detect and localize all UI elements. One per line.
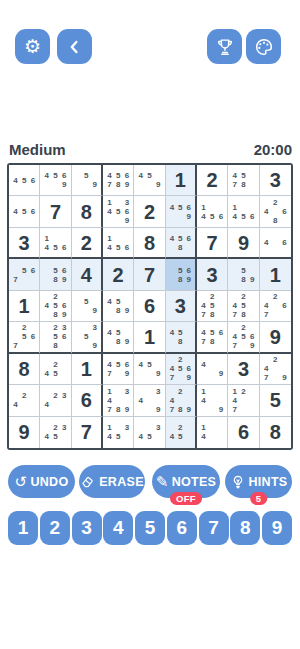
cell-r6c8[interactable]: 245679 [228, 322, 259, 353]
cell-r5c3[interactable]: 59 [72, 291, 103, 322]
lightbulb-icon [230, 474, 246, 490]
cell-notes: 245689 [40, 292, 70, 319]
cell-r4c8[interactable]: 589 [228, 259, 259, 290]
cell-r7c3[interactable]: 1 [72, 354, 103, 385]
cell-r9c6[interactable]: 245 [166, 417, 197, 448]
cell-value: 6 [81, 390, 92, 410]
sudoku-app-screen: ⚙ Medium 20:00 4564569594567 [0, 0, 300, 649]
cell-value: 6 [238, 422, 249, 442]
cell-r7c8[interactable]: 3 [228, 354, 259, 385]
numpad-5-button[interactable]: 5 [135, 511, 165, 545]
cell-notes: 149 [197, 387, 227, 414]
numpad-4-button[interactable]: 4 [103, 511, 133, 545]
cell-r8c1[interactable]: 24 [9, 385, 40, 416]
cell-notes: 459 [134, 171, 164, 189]
cell-r8c3[interactable]: 6 [72, 385, 103, 416]
undo-label: UNDO [30, 475, 68, 489]
cell-r8c4[interactable]: 134789 [103, 385, 134, 416]
cell-notes: 4569 [40, 171, 70, 189]
cell-value: 8 [270, 422, 281, 442]
number-pad: 123456789 [8, 511, 292, 545]
cell-value: 2 [207, 170, 218, 190]
cell-r5c1[interactable]: 1 [9, 291, 40, 322]
back-button[interactable] [57, 29, 92, 64]
cell-value: 3 [270, 170, 281, 190]
cell-notes: 5689 [166, 266, 195, 284]
cell-value: 2 [81, 233, 92, 253]
cell-r7c4[interactable]: 45679 [103, 354, 134, 385]
cell-notes: 359 [72, 323, 101, 350]
cell-value: 1 [81, 359, 92, 379]
cell-r3c4[interactable]: 1456 [103, 228, 134, 259]
trophy-icon [214, 36, 236, 58]
cell-notes: 23568 [40, 323, 70, 350]
cell-notes: 245 [40, 360, 70, 378]
cell-notes: 2467 [260, 292, 291, 319]
cell-r2c7[interactable]: 1456 [197, 196, 228, 227]
cell-r8c9[interactable]: 5 [260, 385, 291, 416]
cell-r8c8[interactable]: 1247 [228, 385, 259, 416]
cell-value: 3 [175, 296, 186, 316]
numpad-6-button[interactable]: 6 [167, 511, 197, 545]
cell-r3c6[interactable]: 4568 [166, 228, 197, 259]
numpad-3-button[interactable]: 3 [72, 511, 102, 545]
cell-value: 4 [81, 265, 92, 285]
settings-button[interactable]: ⚙ [15, 29, 50, 64]
cell-notes: 245679 [228, 323, 258, 350]
cell-value: 1 [175, 170, 186, 190]
cell-r7c7[interactable]: 49 [197, 354, 228, 385]
cell-notes: 2345 [40, 423, 70, 441]
cell-value: 2 [144, 202, 155, 222]
cell-notes: 4569 [166, 203, 195, 221]
timer: 20:00 [254, 141, 292, 158]
cell-r7c9[interactable]: 2479 [260, 354, 291, 385]
cell-r5c7[interactable]: 24578 [197, 291, 228, 322]
cell-r4c7[interactable]: 3 [197, 259, 228, 290]
cell-notes: 456 [9, 176, 39, 185]
cell-notes: 245679 [166, 355, 195, 382]
cell-r2c8[interactable]: 1456 [228, 196, 259, 227]
cell-r2c1[interactable]: 456 [9, 196, 40, 227]
cell-notes: 589 [228, 266, 258, 284]
theme-button[interactable] [246, 29, 281, 64]
erase-button[interactable]: ERASE [79, 465, 145, 498]
cell-r9c1[interactable]: 9 [9, 417, 40, 448]
cell-notes: 458 [166, 328, 195, 346]
cell-r1c9[interactable]: 3 [260, 165, 291, 196]
cell-value: 3 [238, 359, 249, 379]
cell-r6c6[interactable]: 458 [166, 322, 197, 353]
numpad-9-button[interactable]: 9 [262, 511, 292, 545]
cell-value: 8 [81, 202, 92, 222]
cell-r1c8[interactable]: 4578 [228, 165, 259, 196]
cell-notes: 234 [40, 391, 70, 409]
cell-r8c6[interactable]: 24789 [166, 385, 197, 416]
cell-r9c4[interactable]: 1345 [103, 417, 134, 448]
cell-r8c5[interactable]: 349 [134, 385, 165, 416]
cell-value: 7 [144, 265, 155, 285]
numpad-8-button[interactable]: 8 [230, 511, 260, 545]
cell-r9c8[interactable]: 6 [228, 417, 259, 448]
cell-r1c7[interactable]: 2 [197, 165, 228, 196]
cell-notes: 1456 [197, 203, 227, 221]
cell-value: 9 [270, 327, 281, 347]
notes-button[interactable]: ✎ NOTES OFF [152, 465, 220, 498]
cell-value: 7 [207, 233, 218, 253]
cell-r1c2[interactable]: 4569 [40, 165, 71, 196]
cell-notes: 59 [72, 297, 101, 315]
cell-r2c5[interactable]: 2 [134, 196, 165, 227]
cell-notes: 345 [134, 423, 164, 441]
cell-notes: 5689 [40, 266, 70, 284]
cell-r6c3[interactable]: 359 [72, 322, 103, 353]
cell-r8c7[interactable]: 149 [197, 385, 228, 416]
cell-notes: 24 [9, 391, 39, 409]
cell-notes: 4578 [228, 171, 258, 189]
cell-r4c1[interactable]: 567 [9, 259, 40, 290]
cell-r9c5[interactable]: 345 [134, 417, 165, 448]
cell-value: 7 [81, 422, 92, 442]
cell-notes: 245 [166, 423, 195, 441]
cell-r4c6[interactable]: 5689 [166, 259, 197, 290]
cell-r6c2[interactable]: 23568 [40, 322, 71, 353]
cell-notes: 349 [134, 387, 164, 414]
numpad-2-button[interactable]: 2 [40, 511, 70, 545]
erase-label: ERASE [99, 475, 144, 489]
cell-notes: 4589 [103, 328, 133, 346]
cell-notes: 1456 [228, 203, 258, 221]
cell-notes: 2468 [260, 198, 291, 225]
cell-notes: 134789 [103, 387, 133, 414]
chevron-left-icon [64, 36, 86, 58]
cell-notes: 1456 [103, 234, 133, 252]
cell-r9c7[interactable]: 14 [197, 417, 228, 448]
achievements-button[interactable] [207, 29, 242, 64]
cell-r4c9[interactable]: 1 [260, 259, 291, 290]
numpad-7-button[interactable]: 7 [199, 511, 229, 545]
cell-notes: 456 [9, 207, 39, 216]
cell-r4c3[interactable]: 4 [72, 259, 103, 290]
hints-count-badge: 5 [250, 492, 268, 506]
cell-r3c9[interactable]: 46 [260, 228, 291, 259]
cell-r5c4[interactable]: 4589 [103, 291, 134, 322]
cell-notes: 24789 [166, 387, 195, 414]
cell-r7c1[interactable]: 8 [9, 354, 40, 385]
cell-value: 6 [144, 296, 155, 316]
cell-notes: 14 [197, 423, 227, 441]
hints-button[interactable]: HINTS 5 [225, 465, 292, 498]
cell-value: 5 [270, 390, 281, 410]
cell-notes: 4589 [103, 297, 133, 315]
cell-r9c3[interactable]: 7 [72, 417, 103, 448]
pencil-icon: ✎ [156, 474, 169, 489]
hints-label: HINTS [249, 475, 288, 489]
cell-r5c6[interactable]: 3 [166, 291, 197, 322]
cell-r7c5[interactable]: 459 [134, 354, 165, 385]
cell-value: 1 [19, 296, 30, 316]
cell-r3c3[interactable]: 2 [72, 228, 103, 259]
cell-r9c2[interactable]: 2345 [40, 417, 71, 448]
cell-r3c5[interactable]: 8 [134, 228, 165, 259]
cell-value: 7 [50, 202, 61, 222]
gear-icon: ⚙ [24, 37, 41, 56]
cell-r2c4[interactable]: 134569 [103, 196, 134, 227]
cell-r6c7[interactable]: 45678 [197, 322, 228, 353]
cell-notes: 2479 [260, 355, 291, 382]
cell-value: 9 [238, 233, 249, 253]
cell-value: 3 [19, 233, 30, 253]
cell-r4c2[interactable]: 5689 [40, 259, 71, 290]
cell-r3c8[interactable]: 9 [228, 228, 259, 259]
cell-notes: 24578 [197, 292, 227, 319]
cell-notes: 49 [197, 360, 227, 378]
cell-notes: 456789 [103, 171, 133, 189]
undo-button[interactable]: ↺ UNDO [8, 465, 75, 498]
cell-notes: 1456 [40, 234, 70, 252]
cell-notes: 59 [72, 171, 101, 189]
cell-notes: 1247 [228, 387, 258, 414]
cell-r3c2[interactable]: 1456 [40, 228, 71, 259]
eraser-icon [80, 474, 96, 490]
cell-r4c5[interactable]: 7 [134, 259, 165, 290]
cell-r2c9[interactable]: 2468 [260, 196, 291, 227]
cell-r6c1[interactable]: 2567 [9, 322, 40, 353]
cell-r7c2[interactable]: 245 [40, 354, 71, 385]
cell-notes: 4568 [166, 234, 195, 252]
cell-value: 9 [19, 422, 30, 442]
cell-r5c9[interactable]: 2467 [260, 291, 291, 322]
cell-notes: 134569 [103, 198, 133, 225]
cell-notes: 567 [9, 266, 39, 284]
cell-r6c9[interactable]: 9 [260, 322, 291, 353]
cell-r1c5[interactable]: 459 [134, 165, 165, 196]
cell-value: 3 [207, 265, 218, 285]
cell-r1c4[interactable]: 456789 [103, 165, 134, 196]
cell-r5c2[interactable]: 245689 [40, 291, 71, 322]
cell-r3c1[interactable]: 3 [9, 228, 40, 259]
cell-r6c5[interactable]: 1 [134, 322, 165, 353]
cell-notes: 45678 [197, 328, 227, 346]
cell-r2c3[interactable]: 8 [72, 196, 103, 227]
cell-r6c4[interactable]: 4589 [103, 322, 134, 353]
undo-icon: ↺ [15, 474, 28, 489]
cell-notes: 2567 [9, 323, 39, 350]
cell-r2c2[interactable]: 7 [40, 196, 71, 227]
numpad-1-button[interactable]: 1 [8, 511, 38, 545]
cell-r1c6[interactable]: 1 [166, 165, 197, 196]
cell-notes: 459 [134, 360, 164, 378]
cell-r5c5[interactable]: 6 [134, 291, 165, 322]
cell-r4c4[interactable]: 2 [103, 259, 134, 290]
cell-value: 1 [270, 265, 281, 285]
cell-r5c8[interactable]: 24578 [228, 291, 259, 322]
cell-value: 8 [19, 359, 30, 379]
difficulty-label: Medium [9, 141, 66, 158]
cell-notes: 24578 [228, 292, 258, 319]
cell-r2c6[interactable]: 4569 [166, 196, 197, 227]
cell-r8c2[interactable]: 234 [40, 385, 71, 416]
cell-value: 8 [144, 233, 155, 253]
notes-off-badge: OFF [170, 492, 202, 506]
cell-value: 2 [113, 265, 124, 285]
cell-r9c9[interactable]: 8 [260, 417, 291, 448]
notes-label: NOTES [172, 475, 217, 489]
cell-notes: 1345 [103, 423, 133, 441]
cell-value: 1 [144, 327, 155, 347]
cell-r3c7[interactable]: 7 [197, 228, 228, 259]
cell-notes: 45679 [103, 360, 133, 378]
palette-icon [253, 36, 275, 58]
sudoku-grid: 4564569594567894591245783456781345692456… [7, 163, 293, 450]
cell-notes: 46 [260, 238, 291, 247]
cell-r1c3[interactable]: 59 [72, 165, 103, 196]
cell-r1c1[interactable]: 456 [9, 165, 40, 196]
cell-r7c6[interactable]: 245679 [166, 354, 197, 385]
